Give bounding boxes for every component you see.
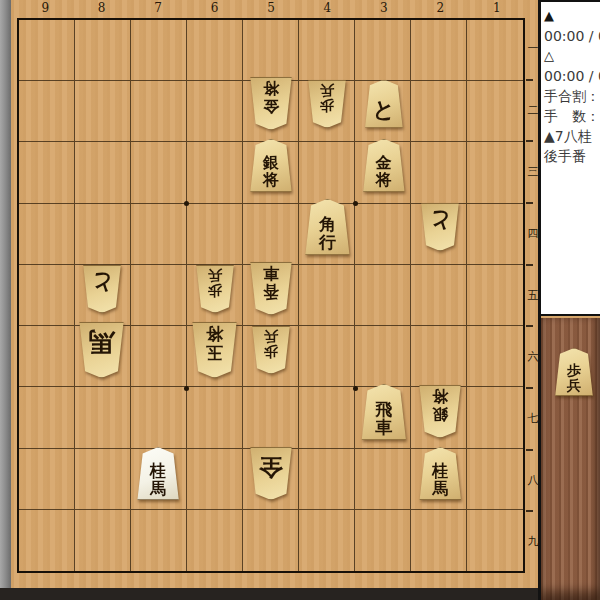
row-tick bbox=[526, 387, 533, 389]
board-cell[interactable] bbox=[243, 387, 299, 448]
board-cell[interactable] bbox=[75, 449, 131, 510]
piece-kanji: 角行 bbox=[319, 215, 336, 255]
board-cell[interactable] bbox=[75, 204, 131, 265]
board-cell[interactable] bbox=[75, 142, 131, 203]
board-cell[interactable] bbox=[19, 81, 75, 142]
row-tick bbox=[526, 140, 533, 142]
shogi-piece[interactable]: 歩兵 bbox=[195, 265, 235, 313]
shogi-piece[interactable]: 歩兵 bbox=[554, 348, 594, 396]
board-cell[interactable] bbox=[243, 510, 299, 571]
board-cell[interactable] bbox=[19, 326, 75, 387]
piece-kanji: 歩兵 bbox=[264, 326, 278, 359]
board-cell[interactable] bbox=[467, 265, 523, 326]
board-cell[interactable] bbox=[355, 20, 411, 81]
board-cell[interactable] bbox=[131, 204, 187, 265]
column-label: 8 bbox=[92, 1, 112, 15]
column-label: 2 bbox=[430, 1, 450, 15]
board-cell[interactable] bbox=[355, 265, 411, 326]
last-move-label: ▲7八桂 bbox=[544, 126, 600, 146]
shogi-piece[interactable]: 銀将 bbox=[418, 385, 462, 438]
board-cell[interactable] bbox=[355, 204, 411, 265]
board-cell[interactable] bbox=[467, 142, 523, 203]
board-cell[interactable] bbox=[299, 387, 355, 448]
hoshi-dot bbox=[353, 201, 358, 206]
board-cell[interactable] bbox=[19, 20, 75, 81]
shogi-piece[interactable]: と bbox=[82, 265, 122, 313]
row-tick bbox=[526, 325, 533, 327]
board-cell[interactable] bbox=[19, 142, 75, 203]
board-cell[interactable] bbox=[467, 204, 523, 265]
board-cell[interactable] bbox=[75, 81, 131, 142]
board-cell[interactable] bbox=[19, 449, 75, 510]
shogi-piece[interactable]: 歩兵 bbox=[251, 326, 291, 374]
board-cell[interactable] bbox=[467, 387, 523, 448]
column-label: 4 bbox=[317, 1, 337, 15]
shogi-piece[interactable]: 桂馬 bbox=[418, 447, 462, 500]
window-bottom-frame bbox=[0, 588, 541, 600]
piece-kanji: と bbox=[373, 98, 396, 128]
shogi-piece[interactable]: 玉将 bbox=[191, 322, 238, 378]
shogi-app-window: 987654321 一二三四五六七八九 金将歩兵と銀将金将角行とと歩兵香車馬玉将… bbox=[0, 0, 600, 600]
gote-time: 00:00 / 0 bbox=[544, 66, 600, 86]
piece-kanji: 桂馬 bbox=[150, 462, 166, 500]
piece-kanji: 馬 bbox=[89, 322, 115, 356]
piece-kanji: 飛車 bbox=[375, 400, 392, 440]
board-cell[interactable] bbox=[411, 81, 467, 142]
board-cell[interactable] bbox=[299, 265, 355, 326]
piece-kanji: 銀将 bbox=[263, 154, 279, 192]
turn-status: 後手番 bbox=[544, 146, 600, 166]
piece-kanji: 金将 bbox=[376, 154, 392, 192]
board-cell[interactable] bbox=[131, 387, 187, 448]
board-cell[interactable] bbox=[187, 449, 243, 510]
board-cell[interactable] bbox=[131, 326, 187, 387]
row-tick bbox=[526, 510, 533, 512]
shogi-piece[interactable]: 桂馬 bbox=[136, 447, 180, 500]
board-cell[interactable] bbox=[411, 20, 467, 81]
board-cell[interactable] bbox=[467, 449, 523, 510]
komadai-hand-tray: 歩兵 bbox=[541, 318, 600, 600]
hoshi-dot bbox=[353, 386, 358, 391]
gote-marker: △ bbox=[544, 46, 600, 66]
piece-kanji: と bbox=[90, 265, 113, 295]
board-cell[interactable] bbox=[75, 387, 131, 448]
board-cell[interactable] bbox=[467, 81, 523, 142]
board-cell[interactable] bbox=[131, 142, 187, 203]
shogi-piece[interactable]: 銀将 bbox=[249, 139, 293, 192]
sente-time: 00:00 / 0 bbox=[544, 26, 600, 46]
board-cell[interactable] bbox=[467, 510, 523, 571]
board-cell[interactable] bbox=[19, 265, 75, 326]
shogi-piece[interactable]: 香車 bbox=[249, 262, 293, 315]
shogi-piece[interactable]: と bbox=[420, 203, 460, 251]
board-cell[interactable] bbox=[299, 20, 355, 81]
piece-kanji: 歩兵 bbox=[208, 265, 222, 298]
board-cell[interactable] bbox=[187, 510, 243, 571]
row-tick bbox=[526, 79, 533, 81]
board-cell[interactable] bbox=[467, 326, 523, 387]
board-cell[interactable] bbox=[299, 326, 355, 387]
piece-kanji: 全 bbox=[259, 447, 283, 479]
board-cell[interactable] bbox=[187, 204, 243, 265]
window-left-frame bbox=[0, 0, 11, 600]
piece-kanji: 銀将 bbox=[432, 385, 448, 423]
piece-kanji: 歩兵 bbox=[320, 80, 334, 113]
shogi-piece[interactable]: 金将 bbox=[249, 77, 293, 130]
board-cell[interactable] bbox=[411, 326, 467, 387]
board-cell[interactable] bbox=[19, 387, 75, 448]
board-cell[interactable] bbox=[131, 20, 187, 81]
board-cell[interactable] bbox=[467, 20, 523, 81]
board-cell[interactable] bbox=[187, 142, 243, 203]
piece-kanji: と bbox=[429, 203, 452, 233]
board-cell[interactable] bbox=[75, 20, 131, 81]
board-cell[interactable] bbox=[243, 204, 299, 265]
column-label: 9 bbox=[35, 1, 55, 15]
handicap-label: 手合割： bbox=[544, 86, 600, 106]
column-label: 3 bbox=[374, 1, 394, 15]
shogi-piece[interactable]: 金将 bbox=[362, 139, 406, 192]
column-label: 7 bbox=[148, 1, 168, 15]
row-tick bbox=[526, 264, 533, 266]
board-cell[interactable] bbox=[19, 510, 75, 571]
shogi-piece[interactable]: 角行 bbox=[304, 199, 351, 255]
board-cell[interactable] bbox=[411, 265, 467, 326]
board-cell[interactable] bbox=[299, 510, 355, 571]
piece-kanji: 桂馬 bbox=[432, 462, 448, 500]
column-label: 5 bbox=[261, 1, 281, 15]
shogi-piece[interactable]: と bbox=[364, 80, 404, 128]
board-cell[interactable] bbox=[187, 81, 243, 142]
board-cell[interactable] bbox=[75, 510, 131, 571]
board-cell[interactable] bbox=[411, 142, 467, 203]
board-cell[interactable] bbox=[355, 449, 411, 510]
info-panel: ▲ 00:00 / 0 △ 00:00 / 0 手合割： 手 数： ▲7八桂 後… bbox=[541, 0, 600, 316]
column-label: 6 bbox=[205, 1, 225, 15]
board-cell[interactable] bbox=[355, 510, 411, 571]
board-cell[interactable] bbox=[187, 387, 243, 448]
shogi-piece[interactable]: 馬 bbox=[78, 322, 125, 378]
hoshi-dot bbox=[184, 201, 189, 206]
piece-kanji: 歩兵 bbox=[567, 363, 581, 396]
sente-marker: ▲ bbox=[544, 6, 600, 26]
hoshi-dot bbox=[184, 386, 189, 391]
shogi-piece[interactable]: 歩兵 bbox=[307, 80, 347, 128]
piece-kanji: 香車 bbox=[263, 262, 279, 300]
board-cell[interactable] bbox=[187, 20, 243, 81]
shogi-piece[interactable]: 飛車 bbox=[360, 384, 407, 440]
move-count-label: 手 数： bbox=[544, 106, 600, 126]
piece-kanji: 金将 bbox=[263, 77, 279, 115]
row-tick bbox=[526, 202, 533, 204]
board-cell[interactable] bbox=[299, 449, 355, 510]
board-cell[interactable] bbox=[19, 204, 75, 265]
board-cell[interactable] bbox=[131, 510, 187, 571]
board-cell[interactable] bbox=[355, 326, 411, 387]
board-cell[interactable] bbox=[243, 20, 299, 81]
row-tick bbox=[526, 449, 533, 451]
board-cell[interactable] bbox=[131, 81, 187, 142]
column-label: 1 bbox=[487, 1, 507, 15]
piece-kanji: 玉将 bbox=[206, 322, 223, 362]
board-cell[interactable] bbox=[299, 142, 355, 203]
shogi-piece[interactable]: 全 bbox=[249, 447, 293, 500]
board-cell[interactable] bbox=[131, 265, 187, 326]
board-cell[interactable] bbox=[411, 510, 467, 571]
